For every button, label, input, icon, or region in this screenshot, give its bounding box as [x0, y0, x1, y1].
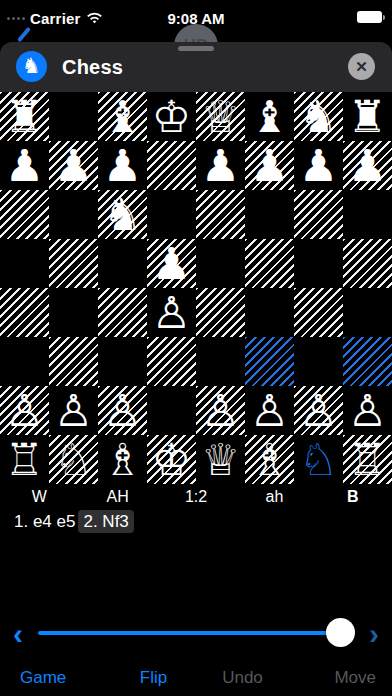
square-d2[interactable]: ♟ — [196, 141, 245, 190]
move-list: 1. e4 e52. Nf3 — [14, 510, 134, 534]
white-piece: ♟ — [147, 239, 196, 288]
square-d4[interactable] — [196, 239, 245, 288]
close-button[interactable]: ✕ — [348, 53, 375, 80]
bottom-toolbar: Game Flip Undo Move — [0, 660, 392, 696]
black-piece: ♙ — [343, 386, 392, 435]
white-piece: ♟ — [343, 141, 392, 190]
square-c4[interactable] — [245, 239, 294, 288]
square-f4[interactable] — [98, 239, 147, 288]
chess-app-icon: ♞ — [16, 51, 47, 82]
square-e3[interactable] — [147, 190, 196, 239]
move-button[interactable]: Move — [287, 660, 392, 696]
square-a7[interactable]: ♙ — [343, 386, 392, 435]
step-back-chevron-icon[interactable]: ‹ — [8, 618, 28, 652]
black-piece: ♘ — [294, 435, 343, 484]
square-c3[interactable] — [245, 190, 294, 239]
square-g6[interactable] — [49, 337, 98, 386]
close-icon: ✕ — [355, 53, 368, 80]
game-button[interactable]: Game — [0, 660, 109, 696]
black-piece: ♙ — [147, 288, 196, 337]
square-h2[interactable]: ♟ — [0, 141, 49, 190]
square-d3[interactable] — [196, 190, 245, 239]
square-g4[interactable] — [49, 239, 98, 288]
black-piece: ♔ — [147, 435, 196, 484]
square-b4[interactable] — [294, 239, 343, 288]
white-piece: ♞ — [294, 92, 343, 141]
square-b5[interactable] — [294, 288, 343, 337]
black-piece: ♖ — [0, 435, 49, 484]
square-e5[interactable]: ♙ — [147, 288, 196, 337]
square-g5[interactable] — [49, 288, 98, 337]
black-piece: ♙ — [245, 386, 294, 435]
info-row: W AH 1:2 ah B — [0, 487, 392, 507]
square-f1[interactable]: ♝ — [98, 92, 147, 141]
black-label: B — [314, 487, 392, 507]
square-e8[interactable]: ♔ — [147, 435, 196, 484]
white-player-label: AH — [78, 487, 156, 507]
white-piece: ♝ — [98, 92, 147, 141]
square-d6[interactable] — [196, 337, 245, 386]
square-g2[interactable]: ♟ — [49, 141, 98, 190]
white-piece: ♜ — [0, 92, 49, 141]
current-move-chip: 2. Nf3 — [78, 510, 133, 533]
square-a1[interactable]: ♜ — [343, 92, 392, 141]
sheet-header: ♞ Chess ✕ — [0, 42, 392, 92]
history-slider-knob[interactable] — [326, 618, 355, 647]
white-piece: ♟ — [196, 141, 245, 190]
square-b7[interactable]: ♙ — [294, 386, 343, 435]
white-piece: ♞ — [98, 190, 147, 239]
square-f3[interactable]: ♞ — [98, 190, 147, 239]
flip-button[interactable]: Flip — [109, 660, 198, 696]
white-piece: ♟ — [49, 141, 98, 190]
square-g3[interactable] — [49, 190, 98, 239]
square-g1[interactable] — [49, 92, 98, 141]
knight-icon: ♞ — [22, 51, 41, 82]
black-piece: ♗ — [98, 435, 147, 484]
square-c1[interactable]: ♝ — [245, 92, 294, 141]
square-a5[interactable] — [343, 288, 392, 337]
black-piece: ♕ — [196, 435, 245, 484]
square-a6[interactable] — [343, 337, 392, 386]
square-h5[interactable] — [0, 288, 49, 337]
square-f7[interactable]: ♙ — [98, 386, 147, 435]
black-piece: ♙ — [0, 386, 49, 435]
square-e2[interactable] — [147, 141, 196, 190]
score-label: 1:2 — [157, 487, 235, 507]
square-b2[interactable]: ♟ — [294, 141, 343, 190]
history-slider-track[interactable] — [38, 631, 341, 635]
chess-app-screen: Carrier 9:08 AM HD ♞ Chess ✕ ♜♝♔♕♝♞♜♟♟♟♟… — [0, 0, 392, 696]
square-b3[interactable] — [294, 190, 343, 239]
square-c2[interactable]: ♟ — [245, 141, 294, 190]
square-e6[interactable] — [147, 337, 196, 386]
step-forward-chevron-icon[interactable]: › — [364, 618, 384, 652]
page-title: Chess — [62, 42, 123, 92]
square-b8[interactable]: ♘ — [294, 435, 343, 484]
square-b1[interactable]: ♞ — [294, 92, 343, 141]
black-player-label: ah — [235, 487, 313, 507]
black-piece: ♙ — [196, 386, 245, 435]
square-h6[interactable] — [0, 337, 49, 386]
square-c5[interactable] — [245, 288, 294, 337]
undo-button[interactable]: Undo — [198, 660, 287, 696]
square-d1[interactable]: ♕ — [196, 92, 245, 141]
black-piece: ♗ — [245, 435, 294, 484]
square-g7[interactable]: ♙ — [49, 386, 98, 435]
square-e4[interactable]: ♟ — [147, 239, 196, 288]
square-a8[interactable]: ♖ — [343, 435, 392, 484]
black-piece: ♙ — [98, 386, 147, 435]
square-a3[interactable] — [343, 190, 392, 239]
black-piece: ♙ — [49, 386, 98, 435]
square-c6[interactable] — [245, 337, 294, 386]
square-h8[interactable]: ♖ — [0, 435, 49, 484]
square-g8[interactable]: ♘ — [49, 435, 98, 484]
square-f8[interactable]: ♗ — [98, 435, 147, 484]
square-e7[interactable] — [147, 386, 196, 435]
square-d8[interactable]: ♕ — [196, 435, 245, 484]
square-a4[interactable] — [343, 239, 392, 288]
square-c8[interactable]: ♗ — [245, 435, 294, 484]
square-h1[interactable]: ♜ — [0, 92, 49, 141]
square-d5[interactable] — [196, 288, 245, 337]
square-b6[interactable] — [294, 337, 343, 386]
chess-sheet: ♞ Chess ✕ ♜♝♔♕♝♞♜♟♟♟♟♟♟♟♞♟♙♙♙♙♙♙♙♙♖♘♗♔♕♗… — [0, 42, 392, 696]
white-piece: ♕ — [196, 92, 245, 141]
square-f6[interactable] — [98, 337, 147, 386]
moves-played: 1. e4 e5 — [14, 512, 75, 531]
square-f5[interactable] — [98, 288, 147, 337]
status-bar: Carrier 9:08 AM — [0, 0, 392, 42]
white-piece: ♝ — [245, 92, 294, 141]
battery-icon — [357, 11, 382, 23]
square-f2[interactable]: ♟ — [98, 141, 147, 190]
square-e1[interactable]: ♔ — [147, 92, 196, 141]
white-label: W — [0, 487, 78, 507]
square-h7[interactable]: ♙ — [0, 386, 49, 435]
black-piece: ♘ — [49, 435, 98, 484]
white-piece: ♟ — [98, 141, 147, 190]
square-c7[interactable]: ♙ — [245, 386, 294, 435]
white-piece: ♟ — [294, 141, 343, 190]
white-piece: ♟ — [0, 141, 49, 190]
white-piece: ♟ — [245, 141, 294, 190]
square-d7[interactable]: ♙ — [196, 386, 245, 435]
square-h3[interactable] — [0, 190, 49, 239]
square-a2[interactable]: ♟ — [343, 141, 392, 190]
white-piece: ♔ — [147, 92, 196, 141]
black-piece: ♖ — [343, 435, 392, 484]
clock: 9:08 AM — [0, 10, 392, 27]
white-piece: ♜ — [343, 92, 392, 141]
sheet-grab-handle[interactable] — [178, 46, 214, 51]
chess-board: ♜♝♔♕♝♞♜♟♟♟♟♟♟♟♞♟♙♙♙♙♙♙♙♙♖♘♗♔♕♗♘♖ — [0, 92, 392, 484]
black-piece: ♙ — [294, 386, 343, 435]
square-h4[interactable] — [0, 239, 49, 288]
